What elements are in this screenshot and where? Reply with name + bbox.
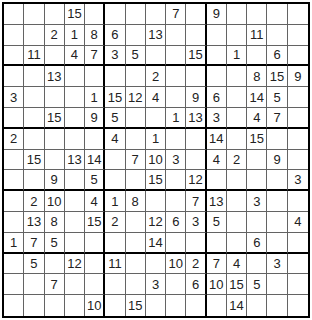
cell-r5-c5-given: 1 (85, 87, 105, 108)
cell-r13-c14-given: 3 (267, 254, 287, 275)
cell-r14-c9-empty[interactable] (166, 274, 186, 295)
cell-r9-c14-empty[interactable] (267, 170, 287, 191)
cell-r4-c9-empty[interactable] (166, 66, 186, 87)
cell-r4-c7-empty[interactable] (126, 66, 146, 87)
cell-r7-c1-given: 2 (4, 129, 24, 150)
cell-r11-c4-empty[interactable] (65, 212, 85, 233)
cell-r2-c13-given: 11 (247, 25, 267, 46)
cell-r15-c6-empty[interactable] (105, 295, 125, 316)
cell-r13-c3-empty[interactable] (45, 254, 65, 275)
cell-r6-c7-empty[interactable] (126, 108, 146, 129)
cell-r6-c15-empty[interactable] (288, 108, 308, 129)
cell-r10-c13-given: 3 (247, 191, 267, 212)
cell-r8-c8-given: 10 (146, 150, 166, 171)
cell-r2-c2-empty[interactable] (24, 25, 44, 46)
cell-r7-c4-empty[interactable] (65, 129, 85, 150)
cell-r6-c3-given: 15 (45, 108, 65, 129)
cell-r1-c9-given: 7 (166, 4, 186, 25)
cell-r10-c12-empty[interactable] (227, 191, 247, 212)
cell-r13-c1-empty[interactable] (4, 254, 24, 275)
cell-r5-c10-given: 9 (186, 87, 206, 108)
cell-r5-c13-given: 14 (247, 87, 267, 108)
cell-r5-c7-given: 12 (126, 87, 146, 108)
cell-r12-c11-empty[interactable] (207, 233, 227, 254)
cell-r10-c9-empty[interactable] (166, 191, 186, 212)
cell-r7-c9-empty[interactable] (166, 129, 186, 150)
cell-r3-c7-given: 5 (126, 46, 146, 67)
cell-r12-c4-empty[interactable] (65, 233, 85, 254)
cell-r11-c8-given: 12 (146, 212, 166, 233)
cell-r3-c12-given: 1 (227, 46, 247, 67)
cell-r9-c2-empty[interactable] (24, 170, 44, 191)
cell-r2-c10-empty[interactable] (186, 25, 206, 46)
cell-r14-c14-empty[interactable] (267, 274, 287, 295)
cell-r11-c12-empty[interactable] (227, 212, 247, 233)
cell-r8-c7-given: 7 (126, 150, 146, 171)
cell-r10-c3-given: 10 (45, 191, 65, 212)
cell-r14-c7-empty[interactable] (126, 274, 146, 295)
cell-r8-c13-empty[interactable] (247, 150, 267, 171)
cell-r2-c8-given: 13 (146, 25, 166, 46)
cell-r10-c10-given: 7 (186, 191, 206, 212)
cell-r5-c8-given: 4 (146, 87, 166, 108)
cell-r12-c12-empty[interactable] (227, 233, 247, 254)
cell-r7-c7-empty[interactable] (126, 129, 146, 150)
cell-r2-c9-empty[interactable] (166, 25, 186, 46)
cell-r5-c6-given: 15 (105, 87, 125, 108)
cell-r13-c10-given: 2 (186, 254, 206, 275)
cell-r13-c5-empty[interactable] (85, 254, 105, 275)
sudoku-board: 1579218613111147351516132815931151249614… (2, 2, 310, 318)
cell-r14-c1-empty[interactable] (4, 274, 24, 295)
cell-r12-c1-given: 1 (4, 233, 24, 254)
cell-r10-c11-given: 13 (207, 191, 227, 212)
cell-r7-c10-empty[interactable] (186, 129, 206, 150)
cell-r7-c8-given: 1 (146, 129, 166, 150)
cell-r9-c10-given: 12 (186, 170, 206, 191)
cell-r2-c7-empty[interactable] (126, 25, 146, 46)
cell-r14-c11-given: 10 (207, 274, 227, 295)
cell-r4-c15-given: 9 (288, 66, 308, 87)
cell-r11-c9-given: 6 (166, 212, 186, 233)
cell-r3-c11-empty[interactable] (207, 46, 227, 67)
cell-r6-c2-empty[interactable] (24, 108, 44, 129)
cell-r9-c13-empty[interactable] (247, 170, 267, 191)
cell-r12-c10-empty[interactable] (186, 233, 206, 254)
cell-r11-c13-empty[interactable] (247, 212, 267, 233)
cell-r10-c2-given: 2 (24, 191, 44, 212)
page: 1579218613111147351516132815931151249614… (0, 0, 312, 320)
cell-r3-c13-empty[interactable] (247, 46, 267, 67)
cell-r9-c9-empty[interactable] (166, 170, 186, 191)
cell-r12-c2-given: 7 (24, 233, 44, 254)
cell-r5-c9-empty[interactable] (166, 87, 186, 108)
cell-r7-c15-empty[interactable] (288, 129, 308, 150)
cell-r5-c4-empty[interactable] (65, 87, 85, 108)
cell-r7-c5-empty[interactable] (85, 129, 105, 150)
cell-r10-c15-empty[interactable] (288, 191, 308, 212)
cell-r15-c3-empty[interactable] (45, 295, 65, 316)
cell-r5-c1-given: 3 (4, 87, 24, 108)
cell-r13-c2-given: 5 (24, 254, 44, 275)
cell-r14-c3-given: 7 (45, 274, 65, 295)
cell-r2-c11-empty[interactable] (207, 25, 227, 46)
cell-r12-c14-empty[interactable] (267, 233, 287, 254)
cell-r1-c4-given: 15 (65, 4, 85, 25)
cell-r12-c8-given: 14 (146, 233, 166, 254)
cell-r1-c12-empty[interactable] (227, 4, 247, 25)
cell-r4-c6-empty[interactable] (105, 66, 125, 87)
cell-r1-c8-empty[interactable] (146, 4, 166, 25)
cell-r15-c10-empty[interactable] (186, 295, 206, 316)
cell-r12-c15-empty[interactable] (288, 233, 308, 254)
cell-r11-c14-empty[interactable] (267, 212, 287, 233)
cell-r9-c15-given: 3 (288, 170, 308, 191)
cell-r3-c5-given: 7 (85, 46, 105, 67)
cell-r3-c2-given: 11 (24, 46, 44, 67)
cell-r1-c2-empty[interactable] (24, 4, 44, 25)
cell-r13-c4-given: 12 (65, 254, 85, 275)
cell-r6-c6-given: 5 (105, 108, 125, 129)
cell-r3-c3-empty[interactable] (45, 46, 65, 67)
cell-r11-c11-given: 5 (207, 212, 227, 233)
cell-r9-c4-empty[interactable] (65, 170, 85, 191)
cell-r7-c11-given: 14 (207, 129, 227, 150)
cell-r7-c14-empty[interactable] (267, 129, 287, 150)
cell-r1-c10-empty[interactable] (186, 4, 206, 25)
cell-r4-c14-given: 15 (267, 66, 287, 87)
cell-r7-c13-given: 15 (247, 129, 267, 150)
cell-r4-c3-given: 13 (45, 66, 65, 87)
cell-r13-c15-empty[interactable] (288, 254, 308, 275)
cell-r8-c15-empty[interactable] (288, 150, 308, 171)
cell-r10-c14-empty[interactable] (267, 191, 287, 212)
cell-r4-c13-given: 8 (247, 66, 267, 87)
cell-r14-c13-given: 5 (247, 274, 267, 295)
cell-r11-c1-empty[interactable] (4, 212, 24, 233)
cell-r3-c4-given: 4 (65, 46, 85, 67)
cell-r9-c11-empty[interactable] (207, 170, 227, 191)
cell-r8-c3-empty[interactable] (45, 150, 65, 171)
cell-r15-c15-empty[interactable] (288, 295, 308, 316)
cell-r7-c3-empty[interactable] (45, 129, 65, 150)
cell-r8-c2-given: 15 (24, 150, 44, 171)
cell-r1-c3-empty[interactable] (45, 4, 65, 25)
cell-r14-c10-given: 6 (186, 274, 206, 295)
cell-r3-c8-empty[interactable] (146, 46, 166, 67)
cell-r13-c8-empty[interactable] (146, 254, 166, 275)
cell-r9-c3-given: 9 (45, 170, 65, 191)
cell-r9-c7-empty[interactable] (126, 170, 146, 191)
cell-r15-c14-empty[interactable] (267, 295, 287, 316)
cell-r8-c14-given: 9 (267, 150, 287, 171)
cell-r12-c9-empty[interactable] (166, 233, 186, 254)
cell-r15-c11-empty[interactable] (207, 295, 227, 316)
cell-r8-c6-empty[interactable] (105, 150, 125, 171)
cell-r2-c12-empty[interactable] (227, 25, 247, 46)
cell-r9-c5-given: 5 (85, 170, 105, 191)
cell-r6-c14-given: 7 (267, 108, 287, 129)
cell-r14-c4-empty[interactable] (65, 274, 85, 295)
cell-r1-c5-empty[interactable] (85, 4, 105, 25)
cell-r3-c15-empty[interactable] (288, 46, 308, 67)
cell-r11-c2-given: 13 (24, 212, 44, 233)
cell-r11-c15-given: 4 (288, 212, 308, 233)
cell-r7-c6-given: 4 (105, 129, 125, 150)
cell-r14-c8-given: 3 (146, 274, 166, 295)
cell-r15-c9-empty[interactable] (166, 295, 186, 316)
cell-r13-c13-empty[interactable] (247, 254, 267, 275)
cell-r14-c15-empty[interactable] (288, 274, 308, 295)
cell-r2-c5-given: 8 (85, 25, 105, 46)
cell-r8-c10-empty[interactable] (186, 150, 206, 171)
cell-r3-c10-given: 15 (186, 46, 206, 67)
cell-r12-c5-empty[interactable] (85, 233, 105, 254)
cell-r6-c1-empty[interactable] (4, 108, 24, 129)
cell-r5-c2-empty[interactable] (24, 87, 44, 108)
cell-r6-c10-given: 13 (186, 108, 206, 129)
cell-r13-c9-given: 10 (166, 254, 186, 275)
cell-r6-c8-empty[interactable] (146, 108, 166, 129)
cell-r14-c12-given: 15 (227, 274, 247, 295)
cell-r12-c6-empty[interactable] (105, 233, 125, 254)
cell-r10-c5-given: 4 (85, 191, 105, 212)
cell-r3-c6-given: 3 (105, 46, 125, 67)
cell-r1-c1-empty[interactable] (4, 4, 24, 25)
cell-r4-c5-empty[interactable] (85, 66, 105, 87)
cell-r11-c5-given: 15 (85, 212, 105, 233)
cell-r15-c13-empty[interactable] (247, 295, 267, 316)
cell-r2-c4-given: 1 (65, 25, 85, 46)
cell-r3-c9-empty[interactable] (166, 46, 186, 67)
cell-r13-c6-given: 11 (105, 254, 125, 275)
cell-r2-c6-given: 6 (105, 25, 125, 46)
cell-r10-c7-given: 8 (126, 191, 146, 212)
cell-r6-c13-given: 4 (247, 108, 267, 129)
cell-r2-c3-given: 2 (45, 25, 65, 46)
cell-r13-c12-given: 4 (227, 254, 247, 275)
cell-r1-c6-empty[interactable] (105, 4, 125, 25)
cell-r10-c8-empty[interactable] (146, 191, 166, 212)
cell-r8-c5-given: 14 (85, 150, 105, 171)
cell-r6-c5-given: 9 (85, 108, 105, 129)
cell-r12-c13-given: 6 (247, 233, 267, 254)
cell-r15-c1-empty[interactable] (4, 295, 24, 316)
cell-r6-c11-given: 3 (207, 108, 227, 129)
cell-r2-c14-empty[interactable] (267, 25, 287, 46)
cell-r5-c11-given: 6 (207, 87, 227, 108)
cell-r5-c14-given: 5 (267, 87, 287, 108)
cell-r9-c12-empty[interactable] (227, 170, 247, 191)
cell-r8-c1-empty[interactable] (4, 150, 24, 171)
cell-r2-c1-empty[interactable] (4, 25, 24, 46)
cell-r5-c12-empty[interactable] (227, 87, 247, 108)
cell-r7-c2-empty[interactable] (24, 129, 44, 150)
cell-r1-c11-given: 9 (207, 4, 227, 25)
cell-r15-c8-empty[interactable] (146, 295, 166, 316)
cell-r14-c6-empty[interactable] (105, 274, 125, 295)
cell-r13-c11-given: 7 (207, 254, 227, 275)
cell-r11-c7-empty[interactable] (126, 212, 146, 233)
cell-r8-c12-given: 2 (227, 150, 247, 171)
cell-r4-c10-empty[interactable] (186, 66, 206, 87)
cell-r6-c12-empty[interactable] (227, 108, 247, 129)
cell-r3-c1-empty[interactable] (4, 46, 24, 67)
cell-r11-c10-given: 3 (186, 212, 206, 233)
cell-r15-c5-given: 10 (85, 295, 105, 316)
cell-r4-c2-empty[interactable] (24, 66, 44, 87)
cell-r1-c13-empty[interactable] (247, 4, 267, 25)
cell-r4-c12-empty[interactable] (227, 66, 247, 87)
cell-r12-c3-given: 5 (45, 233, 65, 254)
cell-r5-c3-empty[interactable] (45, 87, 65, 108)
cell-r11-c3-given: 8 (45, 212, 65, 233)
cell-r7-c12-empty[interactable] (227, 129, 247, 150)
cell-r6-c9-given: 1 (166, 108, 186, 129)
cell-r14-c5-empty[interactable] (85, 274, 105, 295)
cell-r8-c11-given: 4 (207, 150, 227, 171)
cell-r5-c15-empty[interactable] (288, 87, 308, 108)
cell-r1-c7-empty[interactable] (126, 4, 146, 25)
cell-r10-c1-empty[interactable] (4, 191, 24, 212)
cell-r15-c12-given: 14 (227, 295, 247, 316)
cell-r9-c6-empty[interactable] (105, 170, 125, 191)
cell-r1-c15-empty[interactable] (288, 4, 308, 25)
cell-r4-c8-given: 2 (146, 66, 166, 87)
cell-r15-c2-empty[interactable] (24, 295, 44, 316)
cell-r10-c6-given: 1 (105, 191, 125, 212)
cell-r13-c7-empty[interactable] (126, 254, 146, 275)
cell-r9-c8-given: 15 (146, 170, 166, 191)
cell-r8-c4-given: 13 (65, 150, 85, 171)
cell-r2-c15-empty[interactable] (288, 25, 308, 46)
cell-r15-c7-given: 15 (126, 295, 146, 316)
cell-r4-c11-empty[interactable] (207, 66, 227, 87)
cell-r11-c6-given: 2 (105, 212, 125, 233)
cell-r9-c1-empty[interactable] (4, 170, 24, 191)
cell-r8-c9-given: 3 (166, 150, 186, 171)
cell-r3-c14-given: 6 (267, 46, 287, 67)
cell-r6-c4-empty[interactable] (65, 108, 85, 129)
cell-r14-c2-empty[interactable] (24, 274, 44, 295)
cell-r12-c7-empty[interactable] (126, 233, 146, 254)
cell-r1-c14-empty[interactable] (267, 4, 287, 25)
cell-r15-c4-empty[interactable] (65, 295, 85, 316)
cell-r4-c4-empty[interactable] (65, 66, 85, 87)
cell-r4-c1-empty[interactable] (4, 66, 24, 87)
cell-r10-c4-empty[interactable] (65, 191, 85, 212)
